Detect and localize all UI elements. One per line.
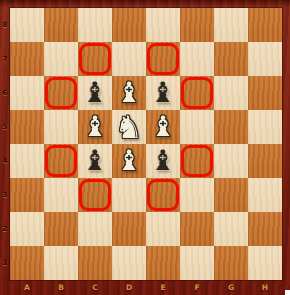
square-a1[interactable]	[10, 246, 44, 280]
rank-label-5: 5	[0, 110, 10, 144]
square-h4[interactable]	[248, 144, 282, 178]
square-h3[interactable]	[248, 178, 282, 212]
square-a3[interactable]	[10, 178, 44, 212]
file-label-b: B	[44, 281, 78, 294]
black-bishop[interactable]: ♝	[146, 144, 180, 178]
rank-labels: 87654321	[0, 8, 10, 280]
knight-move-highlight	[181, 145, 213, 177]
square-a2[interactable]	[10, 212, 44, 246]
rank-label-3: 3	[0, 178, 10, 212]
square-e3[interactable]	[146, 178, 180, 212]
square-b3[interactable]	[44, 178, 78, 212]
square-a6[interactable]	[10, 76, 44, 110]
square-f1[interactable]	[180, 246, 214, 280]
square-a4[interactable]	[10, 144, 44, 178]
square-d8[interactable]	[112, 8, 146, 42]
square-e1[interactable]	[146, 246, 180, 280]
square-b1[interactable]	[44, 246, 78, 280]
white-bishop[interactable]: ♝	[78, 110, 112, 144]
knight-move-highlight	[45, 145, 77, 177]
square-g3[interactable]	[214, 178, 248, 212]
white-knight[interactable]: ♞	[112, 110, 146, 144]
square-h1[interactable]	[248, 246, 282, 280]
square-a7[interactable]	[10, 42, 44, 76]
square-c7[interactable]	[78, 42, 112, 76]
square-d3[interactable]	[112, 178, 146, 212]
square-c5[interactable]: ♝	[78, 110, 112, 144]
knight-move-highlight	[45, 77, 77, 109]
square-b4[interactable]	[44, 144, 78, 178]
square-e2[interactable]	[146, 212, 180, 246]
square-b7[interactable]	[44, 42, 78, 76]
square-d5[interactable]: ♞	[112, 110, 146, 144]
rank-label-1: 1	[0, 246, 10, 280]
white-bishop[interactable]: ♝	[112, 144, 146, 178]
square-h2[interactable]	[248, 212, 282, 246]
knight-move-highlight	[147, 43, 179, 75]
file-label-h: H	[248, 281, 282, 294]
square-c6[interactable]: ♝	[78, 76, 112, 110]
file-label-a: A	[10, 281, 44, 294]
square-g8[interactable]	[214, 8, 248, 42]
square-c2[interactable]	[78, 212, 112, 246]
rank-label-4: 4	[0, 144, 10, 178]
square-c8[interactable]	[78, 8, 112, 42]
white-bishop[interactable]: ♝	[146, 110, 180, 144]
black-bishop[interactable]: ♝	[78, 144, 112, 178]
square-f5[interactable]	[180, 110, 214, 144]
file-label-c: C	[78, 281, 112, 294]
board-frame: 87654321 ♝♝♝♝♞♝♝♝♝ ABCDEFGH	[0, 0, 290, 295]
file-labels: ABCDEFGH	[10, 281, 282, 294]
square-h6[interactable]	[248, 76, 282, 110]
square-d2[interactable]	[112, 212, 146, 246]
square-h7[interactable]	[248, 42, 282, 76]
square-f8[interactable]	[180, 8, 214, 42]
file-label-d: D	[112, 281, 146, 294]
square-e7[interactable]	[146, 42, 180, 76]
square-g6[interactable]	[214, 76, 248, 110]
knight-move-highlight	[147, 179, 179, 211]
black-bishop[interactable]: ♝	[78, 76, 112, 110]
knight-move-highlight	[79, 179, 111, 211]
square-c4[interactable]: ♝	[78, 144, 112, 178]
square-g2[interactable]	[214, 212, 248, 246]
square-f6[interactable]	[180, 76, 214, 110]
square-e6[interactable]: ♝	[146, 76, 180, 110]
square-f2[interactable]	[180, 212, 214, 246]
chess-board: ♝♝♝♝♞♝♝♝♝	[10, 8, 282, 280]
rank-label-8: 8	[0, 8, 10, 42]
black-bishop[interactable]: ♝	[146, 76, 180, 110]
square-d1[interactable]	[112, 246, 146, 280]
rank-label-6: 6	[0, 76, 10, 110]
square-b6[interactable]	[44, 76, 78, 110]
square-g7[interactable]	[214, 42, 248, 76]
square-h5[interactable]	[248, 110, 282, 144]
file-label-g: G	[214, 281, 248, 294]
knight-move-highlight	[79, 43, 111, 75]
square-d6[interactable]: ♝	[112, 76, 146, 110]
square-d4[interactable]: ♝	[112, 144, 146, 178]
square-a8[interactable]	[10, 8, 44, 42]
square-c1[interactable]	[78, 246, 112, 280]
knight-move-highlight	[181, 77, 213, 109]
square-g1[interactable]	[214, 246, 248, 280]
square-e4[interactable]: ♝	[146, 144, 180, 178]
square-g4[interactable]	[214, 144, 248, 178]
file-label-f: F	[180, 281, 214, 294]
square-f4[interactable]	[180, 144, 214, 178]
square-e8[interactable]	[146, 8, 180, 42]
square-c3[interactable]	[78, 178, 112, 212]
square-b5[interactable]	[44, 110, 78, 144]
file-label-e: E	[146, 281, 180, 294]
square-g5[interactable]	[214, 110, 248, 144]
square-d7[interactable]	[112, 42, 146, 76]
square-b2[interactable]	[44, 212, 78, 246]
square-e5[interactable]: ♝	[146, 110, 180, 144]
rank-label-2: 2	[0, 212, 10, 246]
square-f7[interactable]	[180, 42, 214, 76]
white-bishop[interactable]: ♝	[112, 76, 146, 110]
square-h8[interactable]	[248, 8, 282, 42]
square-f3[interactable]	[180, 178, 214, 212]
corner-dot	[285, 290, 290, 295]
square-a5[interactable]	[10, 110, 44, 144]
square-b8[interactable]	[44, 8, 78, 42]
rank-label-7: 7	[0, 42, 10, 76]
